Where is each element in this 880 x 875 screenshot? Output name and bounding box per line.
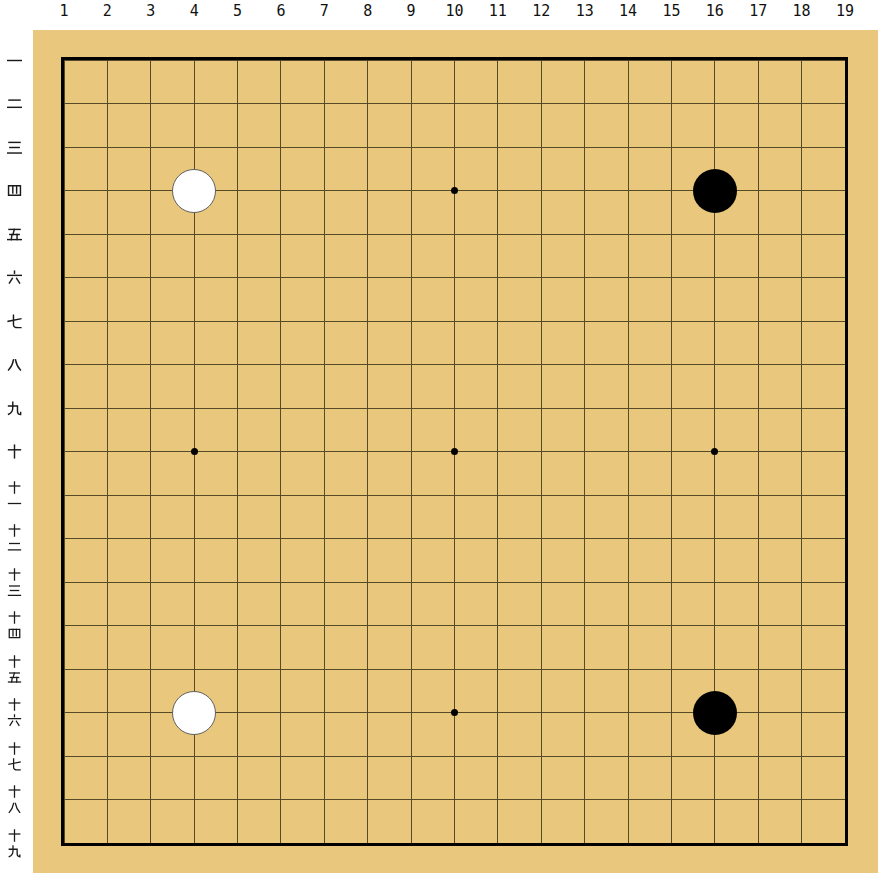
row-label: 四 bbox=[1, 181, 27, 200]
column-label: 7 bbox=[308, 0, 340, 22]
star-point bbox=[451, 709, 458, 716]
column-label: 18 bbox=[786, 0, 818, 22]
kanji-九-glyph bbox=[7, 844, 22, 859]
row-label: 十二 bbox=[1, 522, 27, 555]
kanji-三-glyph bbox=[6, 139, 23, 156]
column-label: 17 bbox=[742, 0, 774, 22]
white-stone[interactable]: ○ bbox=[172, 691, 216, 735]
row-label: 十六 bbox=[1, 696, 27, 729]
column-label: 14 bbox=[612, 0, 644, 22]
kanji-十-glyph bbox=[7, 567, 22, 582]
kanji-七-glyph bbox=[7, 757, 22, 772]
black-stone[interactable]: ● bbox=[693, 169, 737, 213]
row-label: 七 bbox=[1, 312, 27, 331]
black-stone[interactable]: ● bbox=[693, 691, 737, 735]
column-label: 2 bbox=[91, 0, 123, 22]
column-label: 5 bbox=[222, 0, 254, 22]
row-label: 十三 bbox=[1, 566, 27, 599]
kanji-八-glyph bbox=[7, 800, 22, 815]
white-stone[interactable]: ○ bbox=[172, 169, 216, 213]
star-point bbox=[451, 448, 458, 455]
column-label: 4 bbox=[178, 0, 210, 22]
kanji-十-glyph bbox=[6, 443, 23, 460]
column-label: 9 bbox=[395, 0, 427, 22]
kanji-六-glyph bbox=[7, 713, 22, 728]
kanji-十-glyph bbox=[7, 784, 22, 799]
row-label: 八 bbox=[1, 355, 27, 374]
kanji-三-glyph bbox=[7, 583, 22, 598]
kanji-十-glyph bbox=[7, 828, 22, 843]
row-label: 十一 bbox=[1, 479, 27, 512]
column-label: 6 bbox=[265, 0, 297, 22]
kanji-八-glyph bbox=[6, 356, 23, 373]
kanji-六-glyph bbox=[6, 269, 23, 286]
kanji-一-glyph bbox=[6, 52, 23, 69]
kanji-五-glyph bbox=[7, 670, 22, 685]
column-label: 13 bbox=[569, 0, 601, 22]
kanji-五-glyph bbox=[6, 226, 23, 243]
column-label: 15 bbox=[655, 0, 687, 22]
kanji-十-glyph bbox=[7, 610, 22, 625]
row-label: 十五 bbox=[1, 653, 27, 686]
kanji-九-glyph bbox=[6, 400, 23, 417]
column-label: 19 bbox=[829, 0, 861, 22]
kanji-十-glyph bbox=[7, 523, 22, 538]
row-label: 二 bbox=[1, 94, 27, 113]
kanji-四-glyph bbox=[7, 626, 22, 641]
row-label: 十四 bbox=[1, 609, 27, 642]
row-label: 五 bbox=[1, 225, 27, 244]
kanji-一-glyph bbox=[7, 496, 22, 511]
row-label: 六 bbox=[1, 268, 27, 287]
kanji-十-glyph bbox=[7, 697, 22, 712]
kanji-十-glyph bbox=[7, 654, 22, 669]
row-label: 九 bbox=[1, 399, 27, 418]
column-label: 10 bbox=[439, 0, 471, 22]
column-label: 16 bbox=[699, 0, 731, 22]
row-label: 十 bbox=[1, 442, 27, 461]
row-label: 十七 bbox=[1, 740, 27, 773]
column-label: 1 bbox=[48, 0, 80, 22]
column-label: 11 bbox=[482, 0, 514, 22]
row-label: 十八 bbox=[1, 783, 27, 816]
kanji-四-glyph bbox=[6, 182, 23, 199]
kanji-七-glyph bbox=[6, 313, 23, 330]
kanji-二-glyph bbox=[6, 95, 23, 112]
column-label: 8 bbox=[352, 0, 384, 22]
column-label: 3 bbox=[135, 0, 167, 22]
row-label: 一 bbox=[1, 51, 27, 70]
kanji-二-glyph bbox=[7, 539, 22, 554]
row-label: 三 bbox=[1, 138, 27, 157]
goban[interactable]: ○●○● bbox=[33, 30, 878, 873]
star-point bbox=[451, 187, 458, 194]
column-label: 12 bbox=[525, 0, 557, 22]
kanji-十-glyph bbox=[7, 480, 22, 495]
go-board-diagram: ○●○● 12345678910111213141516171819一二三四五六… bbox=[0, 0, 880, 875]
row-label: 十九 bbox=[1, 827, 27, 860]
kanji-十-glyph bbox=[7, 741, 22, 756]
star-point bbox=[191, 448, 198, 455]
